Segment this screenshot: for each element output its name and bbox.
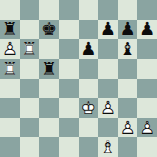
piece-outline-layer: ♔ bbox=[79, 98, 99, 118]
square-f5[interactable] bbox=[98, 59, 118, 79]
square-c5[interactable]: ♜ bbox=[39, 59, 59, 79]
square-g6[interactable]: ♝ bbox=[118, 39, 138, 59]
piece-solid-layer: ♜ bbox=[0, 20, 20, 40]
square-e7[interactable] bbox=[79, 20, 99, 40]
square-d3[interactable] bbox=[59, 98, 79, 118]
square-d7[interactable] bbox=[59, 20, 79, 40]
piece-solid-layer: ♟ bbox=[137, 20, 157, 40]
square-b2[interactable] bbox=[20, 118, 40, 138]
piece-outline-layer: ♖ bbox=[20, 39, 40, 59]
square-b3[interactable] bbox=[20, 98, 40, 118]
square-d8[interactable] bbox=[59, 0, 79, 20]
piece-outline-layer: ♙ bbox=[98, 98, 118, 118]
square-c8[interactable] bbox=[39, 0, 59, 20]
square-g1[interactable] bbox=[118, 137, 138, 157]
black-pawn[interactable]: ♟ bbox=[118, 20, 138, 40]
square-h7[interactable]: ♟ bbox=[137, 20, 157, 40]
white-pawn[interactable]: ♟♙ bbox=[0, 39, 20, 59]
square-g5[interactable] bbox=[118, 59, 138, 79]
white-king[interactable]: ♚♔ bbox=[79, 98, 99, 118]
black-bishop[interactable]: ♝ bbox=[118, 39, 138, 59]
square-e6[interactable]: ♟ bbox=[79, 39, 99, 59]
black-pawn[interactable]: ♟ bbox=[137, 20, 157, 40]
piece-solid-layer: ♜ bbox=[39, 59, 59, 79]
square-e2[interactable] bbox=[79, 118, 99, 138]
square-a2[interactable] bbox=[0, 118, 20, 138]
square-h8[interactable] bbox=[137, 0, 157, 20]
square-b6[interactable]: ♜♖ bbox=[20, 39, 40, 59]
square-c4[interactable] bbox=[39, 79, 59, 99]
square-b7[interactable] bbox=[20, 20, 40, 40]
square-e1[interactable] bbox=[79, 137, 99, 157]
square-b4[interactable] bbox=[20, 79, 40, 99]
square-f3[interactable]: ♟♙ bbox=[98, 98, 118, 118]
square-a5[interactable]: ♜♖ bbox=[0, 59, 20, 79]
black-king[interactable]: ♚ bbox=[39, 20, 59, 40]
square-c1[interactable] bbox=[39, 137, 59, 157]
square-e4[interactable] bbox=[79, 79, 99, 99]
square-c2[interactable] bbox=[39, 118, 59, 138]
piece-outline-layer: ♖ bbox=[0, 59, 20, 79]
square-h3[interactable] bbox=[137, 98, 157, 118]
piece-solid-layer: ♚ bbox=[39, 20, 59, 40]
white-pawn[interactable]: ♟♙ bbox=[118, 118, 138, 138]
white-rook[interactable]: ♜♖ bbox=[20, 39, 40, 59]
square-d4[interactable] bbox=[59, 79, 79, 99]
square-b1[interactable] bbox=[20, 137, 40, 157]
square-f6[interactable] bbox=[98, 39, 118, 59]
square-b5[interactable] bbox=[20, 59, 40, 79]
piece-outline-layer: ♙ bbox=[0, 39, 20, 59]
square-f7[interactable]: ♟ bbox=[98, 20, 118, 40]
square-b8[interactable] bbox=[20, 0, 40, 20]
square-g8[interactable] bbox=[118, 0, 138, 20]
square-g2[interactable]: ♟♙ bbox=[118, 118, 138, 138]
piece-solid-layer: ♟ bbox=[79, 39, 99, 59]
square-g3[interactable] bbox=[118, 98, 138, 118]
black-pawn[interactable]: ♟ bbox=[79, 39, 99, 59]
square-e5[interactable] bbox=[79, 59, 99, 79]
white-rook[interactable]: ♜♖ bbox=[0, 59, 20, 79]
square-e3[interactable]: ♚♔ bbox=[79, 98, 99, 118]
square-h4[interactable] bbox=[137, 79, 157, 99]
piece-solid-layer: ♝ bbox=[118, 39, 138, 59]
black-rook[interactable]: ♜ bbox=[0, 20, 20, 40]
square-d6[interactable] bbox=[59, 39, 79, 59]
square-a3[interactable] bbox=[0, 98, 20, 118]
black-rook[interactable]: ♜ bbox=[39, 59, 59, 79]
square-a4[interactable] bbox=[0, 79, 20, 99]
square-d2[interactable] bbox=[59, 118, 79, 138]
square-d1[interactable] bbox=[59, 137, 79, 157]
square-a1[interactable] bbox=[0, 137, 20, 157]
square-g7[interactable]: ♟ bbox=[118, 20, 138, 40]
piece-outline-layer: ♗ bbox=[98, 137, 118, 157]
square-c7[interactable]: ♚ bbox=[39, 20, 59, 40]
square-a8[interactable] bbox=[0, 0, 20, 20]
square-g4[interactable] bbox=[118, 79, 138, 99]
square-h5[interactable] bbox=[137, 59, 157, 79]
square-h1[interactable] bbox=[137, 137, 157, 157]
square-d5[interactable] bbox=[59, 59, 79, 79]
square-f1[interactable]: ♝♗ bbox=[98, 137, 118, 157]
white-pawn[interactable]: ♟♙ bbox=[98, 98, 118, 118]
square-e8[interactable] bbox=[79, 0, 99, 20]
square-a6[interactable]: ♟♙ bbox=[0, 39, 20, 59]
chess-board: ♜♚♟♟♟♟♙♜♖♟♝♜♖♜♚♔♟♙♟♙♟♙♝♗ bbox=[0, 0, 157, 157]
piece-outline-layer: ♙ bbox=[137, 118, 157, 138]
piece-solid-layer: ♟ bbox=[118, 20, 138, 40]
piece-solid-layer: ♟ bbox=[98, 20, 118, 40]
square-c6[interactable] bbox=[39, 39, 59, 59]
square-a7[interactable]: ♜ bbox=[0, 20, 20, 40]
black-pawn[interactable]: ♟ bbox=[98, 20, 118, 40]
white-pawn[interactable]: ♟♙ bbox=[137, 118, 157, 138]
piece-outline-layer: ♙ bbox=[118, 118, 138, 138]
white-bishop[interactable]: ♝♗ bbox=[98, 137, 118, 157]
square-f2[interactable] bbox=[98, 118, 118, 138]
square-c3[interactable] bbox=[39, 98, 59, 118]
square-f4[interactable] bbox=[98, 79, 118, 99]
square-f8[interactable] bbox=[98, 0, 118, 20]
square-h2[interactable]: ♟♙ bbox=[137, 118, 157, 138]
square-h6[interactable] bbox=[137, 39, 157, 59]
